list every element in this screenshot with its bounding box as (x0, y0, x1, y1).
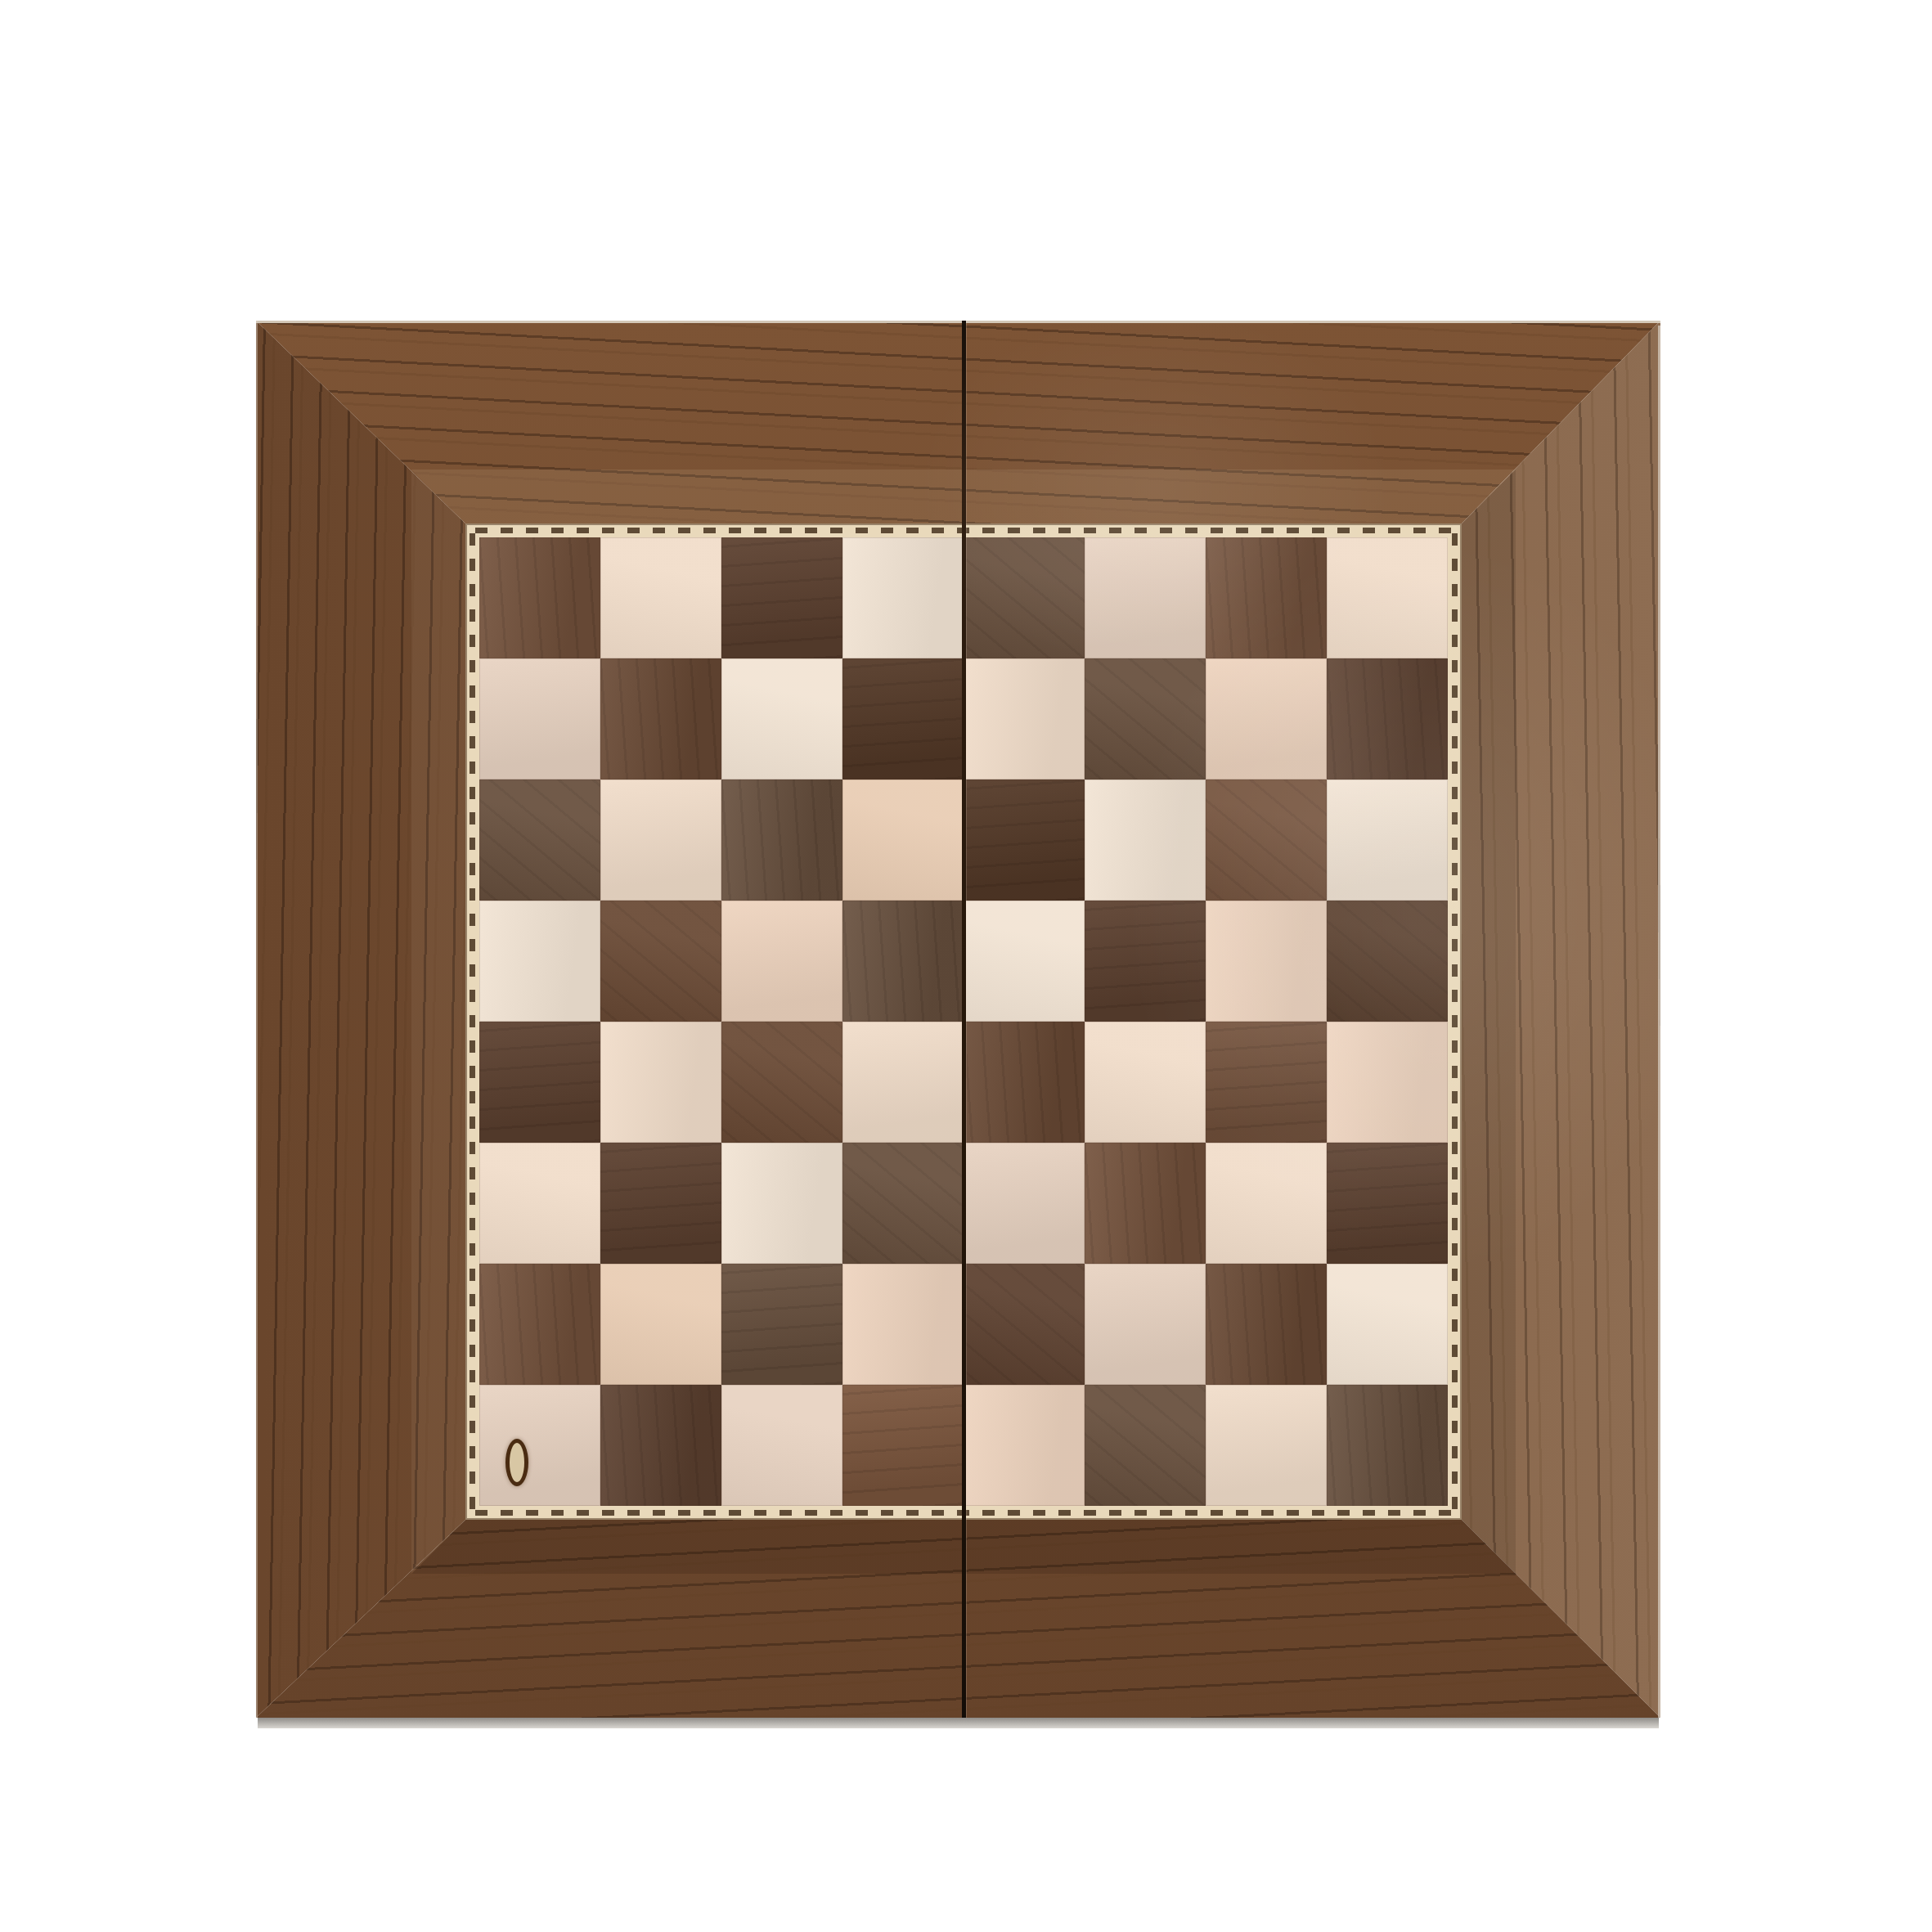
photo-background (0, 0, 1932, 1932)
gloss-reflection (256, 321, 1660, 1718)
chess-board (256, 321, 1660, 1728)
board-wood-surface (256, 321, 1660, 1718)
board-side-edge (258, 1718, 1659, 1728)
